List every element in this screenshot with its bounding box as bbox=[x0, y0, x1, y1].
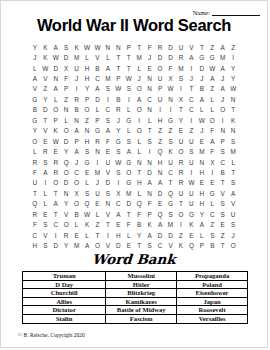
grid-cell: E bbox=[103, 146, 113, 156]
grid-cell: D bbox=[61, 178, 71, 188]
grid-cell: Z bbox=[176, 230, 186, 240]
grid-cell: K bbox=[82, 219, 92, 229]
worksheet-page: Name: World War II Word Search YKASKWWNN… bbox=[0, 0, 268, 348]
grid-cell: F bbox=[207, 126, 217, 136]
grid-cell: J bbox=[186, 73, 196, 83]
grid-cell: W bbox=[124, 73, 134, 83]
grid-cell: L bbox=[40, 188, 50, 198]
word-bank-word: Churchill bbox=[23, 289, 106, 298]
grid-cell: V bbox=[186, 42, 196, 52]
grid-cell: U bbox=[155, 94, 165, 104]
grid-cell: V bbox=[40, 230, 50, 240]
word-bank-word: Truman bbox=[23, 272, 106, 281]
grid-cell: N bbox=[218, 126, 228, 136]
grid-cell: A bbox=[144, 230, 154, 240]
grid-cell: I bbox=[103, 230, 113, 240]
grid-cell: E bbox=[218, 219, 228, 229]
grid-cell: A bbox=[51, 42, 61, 52]
grid-cell: S bbox=[165, 136, 175, 146]
grid-cell: H bbox=[155, 115, 165, 125]
grid-cell: G bbox=[186, 209, 196, 219]
name-blank-line bbox=[212, 9, 260, 16]
grid-cell: T bbox=[40, 115, 50, 125]
grid-cell: V bbox=[92, 52, 102, 62]
letter-grid: YKASKWWNNPTFRDUVTZAZJKWDMLVLTTMJDDRAGGMI… bbox=[30, 42, 239, 251]
grid-cell: I bbox=[165, 105, 175, 115]
grid-cell: Y bbox=[61, 240, 71, 250]
grid-cell: P bbox=[51, 115, 61, 125]
grid-cell: Q bbox=[30, 199, 40, 209]
grid-cell: C bbox=[207, 209, 217, 219]
grid-cell: D bbox=[61, 52, 71, 62]
grid-cell: O bbox=[218, 105, 228, 115]
grid-cell: X bbox=[207, 157, 217, 167]
grid-cell: J bbox=[197, 126, 207, 136]
grid-cell: J bbox=[92, 178, 102, 188]
grid-cell: J bbox=[71, 73, 81, 83]
grid-cell: M bbox=[103, 73, 113, 83]
word-bank-row: DictatorBattle of MidwayRoosevelt bbox=[23, 306, 248, 315]
grid-cell: R bbox=[155, 42, 165, 52]
word-bank-word: Kamikazes bbox=[106, 297, 177, 306]
grid-cell: U bbox=[92, 188, 102, 198]
grid-cell: O bbox=[61, 219, 71, 229]
grid-cell: M bbox=[176, 63, 186, 73]
grid-cell: C bbox=[92, 73, 102, 83]
grid-cell: T bbox=[134, 240, 144, 250]
grid-cell: C bbox=[144, 94, 154, 104]
grid-cell: F bbox=[144, 199, 154, 209]
grid-cell: V bbox=[228, 199, 238, 209]
grid-cell: T bbox=[197, 42, 207, 52]
grid-cell: I bbox=[113, 178, 123, 188]
grid-cell: D bbox=[103, 178, 113, 188]
grid-cell: L bbox=[207, 105, 217, 115]
grid-cell: N bbox=[144, 105, 154, 115]
grid-cell: Z bbox=[155, 126, 165, 136]
grid-cell: E bbox=[82, 167, 92, 177]
grid-cell: Z bbox=[218, 230, 228, 240]
word-bank-word: Stalin bbox=[23, 314, 106, 323]
word-bank-row: ChurchillBlitzkriegEisenhower bbox=[23, 289, 248, 298]
grid-cell: N bbox=[103, 199, 113, 209]
grid-cell: G bbox=[30, 94, 40, 104]
grid-cell: Q bbox=[82, 199, 92, 209]
grid-cell: M bbox=[71, 240, 81, 250]
grid-cell: D bbox=[165, 42, 175, 52]
grid-cell: D bbox=[155, 230, 165, 240]
grid-cell: S bbox=[40, 157, 50, 167]
grid-cell: Y bbox=[30, 126, 40, 136]
word-bank-word: Roosevelt bbox=[177, 306, 248, 315]
grid-cell: B bbox=[197, 84, 207, 94]
grid-cell: S bbox=[186, 146, 196, 156]
grid-cell: M bbox=[71, 52, 81, 62]
grid-cell: T bbox=[228, 105, 238, 115]
grid-cell: S bbox=[124, 136, 134, 146]
grid-cell: P bbox=[113, 73, 123, 83]
word-bank-word: Blitzkrieg bbox=[106, 289, 177, 298]
grid-cell: V bbox=[103, 167, 113, 177]
word-bank-row: D DayHitlerPoland bbox=[23, 280, 248, 289]
grid-cell: U bbox=[228, 209, 238, 219]
grid-cell: P bbox=[61, 84, 71, 94]
grid-cell: F bbox=[30, 167, 40, 177]
grid-cell: S bbox=[124, 84, 134, 94]
grid-cell: J bbox=[144, 52, 154, 62]
grid-cell: S bbox=[207, 230, 217, 240]
grid-cell: N bbox=[92, 146, 102, 156]
grid-cell: Y bbox=[228, 73, 238, 83]
grid-cell: Q bbox=[155, 209, 165, 219]
grid-cell: O bbox=[155, 63, 165, 73]
grid-cell: D bbox=[155, 188, 165, 198]
grid-cell: Y bbox=[30, 42, 40, 52]
grid-cell: N bbox=[71, 115, 81, 125]
grid-cell: K bbox=[165, 146, 175, 156]
grid-cell: U bbox=[71, 63, 81, 73]
grid-cell: K bbox=[40, 52, 50, 62]
grid-cell: S bbox=[113, 146, 123, 156]
grid-cell: W bbox=[186, 178, 196, 188]
grid-cell: X bbox=[176, 94, 186, 104]
grid-cell: S bbox=[144, 136, 154, 146]
grid-cell: P bbox=[197, 240, 207, 250]
grid-cell: I bbox=[155, 105, 165, 115]
grid-cell: T bbox=[30, 188, 40, 198]
grid-cell: Y bbox=[82, 84, 92, 94]
grid-cell: S bbox=[103, 115, 113, 125]
word-bank-word: Eisenhower bbox=[177, 289, 248, 298]
word-bank-word: Fascism bbox=[106, 314, 177, 323]
grid-cell: W bbox=[92, 42, 102, 52]
grid-cell: L bbox=[207, 199, 217, 209]
grid-cell: R bbox=[61, 230, 71, 240]
grid-cell: N bbox=[197, 157, 207, 167]
grid-cell: T bbox=[103, 219, 113, 229]
grid-cell: U bbox=[176, 42, 186, 52]
grid-cell: B bbox=[30, 105, 40, 115]
grid-cell: A bbox=[134, 94, 144, 104]
grid-cell: A bbox=[218, 84, 228, 94]
grid-cell: C bbox=[113, 199, 123, 209]
grid-cell: U bbox=[103, 157, 113, 167]
grid-cell: O bbox=[124, 167, 134, 177]
grid-cell: E bbox=[186, 230, 196, 240]
grid-cell: I bbox=[134, 115, 144, 125]
grid-cell: O bbox=[228, 240, 238, 250]
grid-cell: G bbox=[82, 157, 92, 167]
grid-cell: R bbox=[113, 105, 123, 115]
grid-cell: P bbox=[124, 42, 134, 52]
grid-cell: S bbox=[113, 167, 123, 177]
grid-cell: F bbox=[144, 42, 154, 52]
word-bank-word: Poland bbox=[177, 280, 248, 289]
grid-cell: O bbox=[71, 199, 81, 209]
grid-cell: R bbox=[176, 178, 186, 188]
grid-cell: V bbox=[218, 188, 228, 198]
grid-cell: Q bbox=[61, 157, 71, 167]
grid-cell: A bbox=[186, 52, 196, 62]
grid-cell: E bbox=[40, 136, 50, 146]
grid-cell: M bbox=[197, 146, 207, 156]
grid-cell: E bbox=[124, 240, 134, 250]
grid-cell: C bbox=[30, 230, 40, 240]
grid-cell: G bbox=[124, 115, 134, 125]
grid-cell: W bbox=[82, 42, 92, 52]
grid-cell: I bbox=[103, 94, 113, 104]
grid-cell: I bbox=[71, 84, 81, 94]
grid-cell: N bbox=[103, 42, 113, 52]
grid-cell: D bbox=[165, 230, 175, 240]
word-bank-word: Propaganda bbox=[177, 272, 248, 281]
word-bank-word: D Day bbox=[23, 280, 106, 289]
grid-cell: G bbox=[207, 188, 217, 198]
grid-cell: S bbox=[103, 84, 113, 94]
grid-cell: S bbox=[61, 42, 71, 52]
grid-cell: J bbox=[197, 73, 207, 83]
word-bank-word: Dictator bbox=[23, 306, 106, 315]
grid-cell: I bbox=[40, 178, 50, 188]
grid-cell: J bbox=[113, 115, 123, 125]
grid-cell: G bbox=[165, 115, 175, 125]
grid-cell: T bbox=[228, 167, 238, 177]
grid-cell: C bbox=[155, 240, 165, 250]
grid-cell: B bbox=[134, 219, 144, 229]
grid-cell: T bbox=[176, 105, 186, 115]
grid-cell: W bbox=[51, 136, 61, 146]
grid-cell: L bbox=[197, 105, 207, 115]
grid-cell: F bbox=[61, 73, 71, 83]
grid-cell: H bbox=[113, 230, 123, 240]
grid-cell: T bbox=[92, 230, 102, 240]
grid-cell: K bbox=[51, 126, 61, 136]
grid-cell: B bbox=[92, 63, 102, 73]
grid-cell: O bbox=[71, 178, 81, 188]
grid-cell: S bbox=[228, 178, 238, 188]
grid-cell: O bbox=[30, 136, 40, 146]
grid-cell: D bbox=[144, 167, 154, 177]
grid-cell: L bbox=[82, 178, 92, 188]
grid-cell: S bbox=[82, 188, 92, 198]
grid-cell: A bbox=[124, 146, 134, 156]
grid-cell: O bbox=[51, 178, 61, 188]
grid-cell: H bbox=[197, 188, 207, 198]
grid-cell: E bbox=[40, 209, 50, 219]
grid-cell: V bbox=[30, 84, 40, 94]
grid-cell: R bbox=[30, 157, 40, 167]
grid-cell: J bbox=[134, 73, 144, 83]
word-bank-word: Versailles bbox=[177, 314, 248, 323]
grid-cell: A bbox=[218, 42, 228, 52]
grid-cell: I bbox=[176, 84, 186, 94]
grid-cell: R bbox=[40, 146, 50, 156]
grid-cell: N bbox=[144, 188, 154, 198]
grid-cell: I bbox=[218, 115, 228, 125]
grid-cell: K bbox=[186, 219, 196, 229]
grid-cell: N bbox=[51, 73, 61, 83]
grid-cell: P bbox=[144, 209, 154, 219]
grid-cell: Z bbox=[82, 115, 92, 125]
grid-cell: V bbox=[165, 240, 175, 250]
grid-cell: I bbox=[176, 219, 186, 229]
grid-cell: N bbox=[228, 94, 238, 104]
grid-cell: Z bbox=[40, 84, 50, 94]
grid-cell: W bbox=[113, 84, 123, 94]
grid-cell: R bbox=[51, 157, 61, 167]
grid-cell: S bbox=[103, 188, 113, 198]
grid-cell: F bbox=[124, 219, 134, 229]
grid-cell: U bbox=[186, 157, 196, 167]
grid-cell: D bbox=[165, 52, 175, 62]
grid-cell: A bbox=[92, 84, 102, 94]
grid-cell: O bbox=[134, 126, 144, 136]
grid-cell: M bbox=[228, 146, 238, 156]
grid-cell: O bbox=[134, 105, 144, 115]
grid-cell: Q bbox=[165, 188, 175, 198]
grid-cell: L bbox=[92, 105, 102, 115]
grid-cell: R bbox=[71, 94, 81, 104]
grid-cell: W bbox=[165, 84, 175, 94]
grid-cell: U bbox=[30, 178, 40, 188]
grid-cell: A bbox=[71, 146, 81, 156]
grid-cell: F bbox=[134, 209, 144, 219]
grid-cell: N bbox=[82, 126, 92, 136]
grid-cell: X bbox=[165, 73, 175, 83]
grid-cell: R bbox=[92, 136, 102, 146]
word-bank-word: Battle of Midway bbox=[106, 306, 177, 315]
grid-cell: K bbox=[176, 240, 186, 250]
grid-cell: L bbox=[124, 126, 134, 136]
grid-cell: A bbox=[155, 178, 165, 188]
grid-cell: L bbox=[144, 115, 154, 125]
name-label: Name: bbox=[193, 9, 210, 16]
grid-cell: O bbox=[51, 105, 61, 115]
word-bank-row: TrumanMussoliniPropaganda bbox=[23, 272, 248, 281]
grid-cell: A bbox=[218, 63, 228, 73]
grid-cell: N bbox=[144, 84, 154, 94]
grid-cell: I bbox=[186, 115, 196, 125]
grid-cell: X bbox=[61, 63, 71, 73]
grid-cell: D bbox=[155, 52, 165, 62]
grid-cell: I bbox=[207, 167, 217, 177]
grid-cell: T bbox=[51, 188, 61, 198]
grid-cell: G bbox=[124, 178, 134, 188]
grid-cell: G bbox=[165, 199, 175, 209]
grid-cell: D bbox=[113, 240, 123, 250]
grid-cell: S bbox=[144, 240, 154, 250]
word-bank-word: Hitler bbox=[106, 280, 177, 289]
grid-cell: L bbox=[82, 230, 92, 240]
grid-cell: J bbox=[30, 52, 40, 62]
grid-cell: S bbox=[218, 209, 228, 219]
grid-cell: F bbox=[207, 146, 217, 156]
grid-cell: L bbox=[124, 230, 134, 240]
grid-cell: T bbox=[144, 126, 154, 136]
grid-cell: J bbox=[218, 73, 228, 83]
grid-cell: O bbox=[176, 146, 186, 156]
grid-cell: U bbox=[176, 188, 186, 198]
grid-cell: L bbox=[71, 219, 81, 229]
grid-cell: M bbox=[124, 188, 134, 198]
grid-cell: I bbox=[92, 157, 102, 167]
grid-cell: S bbox=[218, 146, 228, 156]
grid-cell: A bbox=[82, 240, 92, 250]
grid-cell: Z bbox=[155, 136, 165, 146]
grid-cell: L bbox=[51, 94, 61, 104]
grid-cell: P bbox=[82, 94, 92, 104]
grid-cell: D bbox=[124, 199, 134, 209]
grid-cell: R bbox=[51, 167, 61, 177]
grid-cell: S bbox=[228, 136, 238, 146]
grid-cell: L bbox=[207, 94, 217, 104]
grid-cell: L bbox=[124, 105, 134, 115]
grid-cell: Y bbox=[197, 209, 207, 219]
grid-cell: Q bbox=[186, 240, 196, 250]
grid-cell: L bbox=[134, 146, 144, 156]
grid-cell: V bbox=[40, 73, 50, 83]
grid-cell: L bbox=[197, 230, 207, 240]
grid-cell: U bbox=[155, 73, 165, 83]
grid-cell: L bbox=[30, 146, 40, 156]
grid-cell: S bbox=[165, 209, 175, 219]
grid-cell: A bbox=[113, 209, 123, 219]
grid-cell: Y bbox=[61, 199, 71, 209]
grid-cell: B bbox=[71, 209, 81, 219]
grid-cell: Y bbox=[134, 230, 144, 240]
word-bank-row: StalinFascismVersailles bbox=[23, 314, 248, 323]
grid-cell: S bbox=[82, 146, 92, 156]
grid-cell: L bbox=[92, 209, 102, 219]
grid-cell: H bbox=[134, 178, 144, 188]
grid-cell: X bbox=[113, 188, 123, 198]
grid-cell: Z bbox=[165, 126, 175, 136]
grid-cell: W bbox=[197, 115, 207, 125]
grid-cell: A bbox=[155, 219, 165, 229]
word-bank-body: TrumanMussoliniPropagandaD DayHitlerPola… bbox=[23, 272, 248, 324]
grid-cell: A bbox=[40, 167, 50, 177]
grid-cell: H bbox=[197, 199, 207, 209]
grid-cell: C bbox=[103, 105, 113, 115]
grid-cell: Y bbox=[176, 115, 186, 125]
grid-cell: E bbox=[197, 178, 207, 188]
grid-cell: A bbox=[228, 188, 238, 198]
grid-cell: H bbox=[82, 136, 92, 146]
grid-cell: M bbox=[218, 52, 228, 62]
word-bank-table: TrumanMussoliniPropagandaD DayHitlerPola… bbox=[22, 271, 248, 324]
grid-cell: T bbox=[124, 63, 134, 73]
grid-cell: E bbox=[51, 146, 61, 156]
grid-cell: I bbox=[186, 167, 196, 177]
grid-cell: W bbox=[207, 63, 217, 73]
grid-cell: A bbox=[103, 126, 113, 136]
grid-cell: A bbox=[71, 126, 81, 136]
grid-cell: T bbox=[51, 209, 61, 219]
grid-cell: B bbox=[71, 105, 81, 115]
grid-cell: N bbox=[61, 188, 71, 198]
grid-cell: C bbox=[186, 94, 196, 104]
grid-cell: S bbox=[228, 219, 238, 229]
grid-cell: E bbox=[176, 126, 186, 136]
grid-cell: A bbox=[103, 63, 113, 73]
grid-cell: F bbox=[165, 63, 175, 73]
grid-cell: S bbox=[218, 199, 228, 209]
grid-cell: C bbox=[71, 167, 81, 177]
grid-cell: O bbox=[92, 240, 102, 250]
grid-cell: L bbox=[103, 52, 113, 62]
grid-cell: H bbox=[82, 73, 92, 83]
grid-cell: G bbox=[207, 52, 217, 62]
